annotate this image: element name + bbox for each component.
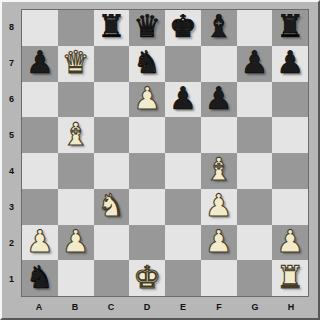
square-h8[interactable]: ♜ bbox=[272, 10, 308, 46]
square-c8[interactable]: ♜ bbox=[94, 10, 130, 46]
square-f2[interactable]: ♟ bbox=[201, 225, 237, 261]
square-c6[interactable] bbox=[94, 82, 130, 118]
square-g2[interactable] bbox=[237, 225, 273, 261]
square-a2[interactable]: ♟ bbox=[22, 225, 58, 261]
file-label-b: B bbox=[57, 297, 93, 316]
white-pawn-d6[interactable]: ♟ bbox=[133, 83, 161, 114]
square-c3[interactable]: ♞ bbox=[94, 189, 130, 225]
square-a1[interactable]: ♞ bbox=[22, 260, 58, 296]
rank-label-4: 4 bbox=[2, 153, 21, 189]
white-pawn-f3[interactable]: ♟ bbox=[205, 190, 233, 221]
white-rook-h1[interactable]: ♜ bbox=[276, 262, 304, 293]
square-h2[interactable]: ♟ bbox=[272, 225, 308, 261]
black-bishop-f8[interactable]: ♝ bbox=[205, 11, 233, 42]
square-e6[interactable]: ♟ bbox=[165, 82, 201, 118]
square-b1[interactable] bbox=[58, 260, 94, 296]
square-g8[interactable] bbox=[237, 10, 273, 46]
square-b7[interactable]: ♛ bbox=[58, 46, 94, 82]
square-g5[interactable] bbox=[237, 117, 273, 153]
square-d5[interactable] bbox=[129, 117, 165, 153]
white-king-d1[interactable]: ♚ bbox=[133, 262, 161, 293]
black-pawn-f6[interactable]: ♟ bbox=[205, 83, 233, 114]
white-pawn-f2[interactable]: ♟ bbox=[205, 226, 233, 257]
chessboard[interactable]: ♜♛♚♝♜♟♛♞♟♟♟♟♟♝♝♞♟♟♟♟♟♞♚♜ bbox=[21, 9, 309, 297]
square-d2[interactable] bbox=[129, 225, 165, 261]
rank-labels: 87654321 bbox=[2, 9, 21, 297]
white-bishop-f4[interactable]: ♝ bbox=[205, 154, 233, 185]
file-label-c: C bbox=[93, 297, 129, 316]
white-bishop-b5[interactable]: ♝ bbox=[62, 119, 90, 150]
black-knight-a1[interactable]: ♞ bbox=[26, 262, 54, 293]
black-knight-d7[interactable]: ♞ bbox=[133, 47, 161, 78]
square-g4[interactable] bbox=[237, 153, 273, 189]
file-label-h: H bbox=[273, 297, 309, 316]
rank-label-7: 7 bbox=[2, 45, 21, 81]
square-d3[interactable] bbox=[129, 189, 165, 225]
black-king-e8[interactable]: ♚ bbox=[169, 11, 197, 42]
white-knight-c3[interactable]: ♞ bbox=[97, 190, 125, 221]
square-b5[interactable]: ♝ bbox=[58, 117, 94, 153]
black-pawn-e6[interactable]: ♟ bbox=[169, 83, 197, 114]
square-g3[interactable] bbox=[237, 189, 273, 225]
square-e3[interactable] bbox=[165, 189, 201, 225]
square-a5[interactable] bbox=[22, 117, 58, 153]
square-g7[interactable]: ♟ bbox=[237, 46, 273, 82]
square-d4[interactable] bbox=[129, 153, 165, 189]
square-a7[interactable]: ♟ bbox=[22, 46, 58, 82]
file-label-g: G bbox=[237, 297, 273, 316]
square-d8[interactable]: ♛ bbox=[129, 10, 165, 46]
square-e7[interactable] bbox=[165, 46, 201, 82]
file-labels: ABCDEFGH bbox=[21, 297, 309, 316]
square-d6[interactable]: ♟ bbox=[129, 82, 165, 118]
square-f4[interactable]: ♝ bbox=[201, 153, 237, 189]
file-label-a: A bbox=[21, 297, 57, 316]
square-a8[interactable] bbox=[22, 10, 58, 46]
black-queen-d8[interactable]: ♛ bbox=[133, 11, 161, 42]
white-pawn-b2[interactable]: ♟ bbox=[62, 226, 90, 257]
square-f6[interactable]: ♟ bbox=[201, 82, 237, 118]
square-f5[interactable] bbox=[201, 117, 237, 153]
black-pawn-g7[interactable]: ♟ bbox=[240, 47, 268, 78]
square-a3[interactable] bbox=[22, 189, 58, 225]
square-c4[interactable] bbox=[94, 153, 130, 189]
square-h1[interactable]: ♜ bbox=[272, 260, 308, 296]
rank-label-3: 3 bbox=[2, 189, 21, 225]
square-c5[interactable] bbox=[94, 117, 130, 153]
rank-label-8: 8 bbox=[2, 9, 21, 45]
white-pawn-h2[interactable]: ♟ bbox=[276, 226, 304, 257]
file-label-d: D bbox=[129, 297, 165, 316]
square-c7[interactable] bbox=[94, 46, 130, 82]
square-d7[interactable]: ♞ bbox=[129, 46, 165, 82]
white-queen-b7[interactable]: ♛ bbox=[62, 47, 90, 78]
file-label-f: F bbox=[201, 297, 237, 316]
square-h3[interactable] bbox=[272, 189, 308, 225]
square-h5[interactable] bbox=[272, 117, 308, 153]
white-pawn-a2[interactable]: ♟ bbox=[26, 226, 54, 257]
square-g6[interactable] bbox=[237, 82, 273, 118]
square-h7[interactable]: ♟ bbox=[272, 46, 308, 82]
square-b2[interactable]: ♟ bbox=[58, 225, 94, 261]
square-e5[interactable] bbox=[165, 117, 201, 153]
square-e4[interactable] bbox=[165, 153, 201, 189]
chessboard-frame: 87654321 ♜♛♚♝♜♟♛♞♟♟♟♟♟♝♝♞♟♟♟♟♟♞♚♜ ABCDEF… bbox=[0, 0, 320, 320]
square-h4[interactable] bbox=[272, 153, 308, 189]
square-c1[interactable] bbox=[94, 260, 130, 296]
black-pawn-a7[interactable]: ♟ bbox=[26, 47, 54, 78]
square-e2[interactable] bbox=[165, 225, 201, 261]
rank-label-2: 2 bbox=[2, 225, 21, 261]
rank-label-5: 5 bbox=[2, 117, 21, 153]
square-f1[interactable] bbox=[201, 260, 237, 296]
rank-label-1: 1 bbox=[2, 261, 21, 297]
file-label-e: E bbox=[165, 297, 201, 316]
square-h6[interactable] bbox=[272, 82, 308, 118]
square-f7[interactable] bbox=[201, 46, 237, 82]
square-f3[interactable]: ♟ bbox=[201, 189, 237, 225]
square-b3[interactable] bbox=[58, 189, 94, 225]
black-rook-h8[interactable]: ♜ bbox=[276, 11, 304, 42]
square-g1[interactable] bbox=[237, 260, 273, 296]
square-b8[interactable] bbox=[58, 10, 94, 46]
square-a6[interactable] bbox=[22, 82, 58, 118]
square-f8[interactable]: ♝ bbox=[201, 10, 237, 46]
rank-label-6: 6 bbox=[2, 81, 21, 117]
square-b4[interactable] bbox=[58, 153, 94, 189]
square-c2[interactable] bbox=[94, 225, 130, 261]
black-rook-c8[interactable]: ♜ bbox=[97, 11, 125, 42]
square-b6[interactable] bbox=[58, 82, 94, 118]
square-e8[interactable]: ♚ bbox=[165, 10, 201, 46]
square-d1[interactable]: ♚ bbox=[129, 260, 165, 296]
square-e1[interactable] bbox=[165, 260, 201, 296]
black-pawn-h7[interactable]: ♟ bbox=[276, 47, 304, 78]
square-a4[interactable] bbox=[22, 153, 58, 189]
